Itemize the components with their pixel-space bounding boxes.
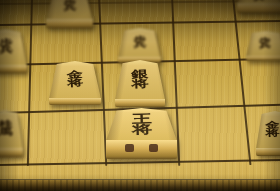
piece-front-face <box>49 98 101 105</box>
piece-kanji: 銀将 <box>131 69 149 88</box>
piece-front-face <box>237 3 280 13</box>
piece-gold-general[interactable]: 金将 <box>256 111 280 160</box>
piece-kanji: 金将 <box>66 70 83 87</box>
piece-silver-general[interactable]: 銀将 <box>115 60 165 110</box>
piece-pawn[interactable]: 歩兵 <box>46 0 93 32</box>
maker-signature-mark <box>125 144 134 152</box>
piece-knight[interactable]: 桂馬 <box>0 110 23 160</box>
piece-top-face: 歩兵 <box>46 0 93 20</box>
piece-front-face <box>256 148 280 156</box>
piece-gold-general[interactable]: 金将 <box>49 61 101 108</box>
piece-kanji: 歩兵 <box>63 0 76 11</box>
piece-kanji: 歩兵 <box>133 36 146 48</box>
piece-top-face: 銀将 <box>115 60 165 100</box>
maker-signature-mark <box>149 144 158 152</box>
piece-front-face <box>115 99 165 107</box>
piece-top-face: 金将 <box>49 61 101 99</box>
piece-top-face: 金将 <box>256 111 280 149</box>
pieces-layer: 歩兵歩兵歩兵歩兵歩兵金将銀将桂馬王将金将 <box>0 0 280 191</box>
piece-top-face: 歩兵 <box>246 31 280 57</box>
piece-front-face <box>106 140 177 159</box>
piece-king-general[interactable]: 王将 <box>106 108 177 163</box>
piece-top-face: 王将 <box>106 108 177 141</box>
piece-front-face <box>0 148 23 157</box>
piece-kanji: 王将 <box>131 112 152 134</box>
piece-pawn[interactable]: 歩兵 <box>0 29 27 77</box>
piece-kanji: 桂馬 <box>0 120 12 136</box>
piece-kanji: 金将 <box>265 121 280 137</box>
piece-front-face <box>0 65 27 73</box>
piece-top-face: 歩兵 <box>118 28 161 58</box>
shogi-board-photo: 歩兵歩兵歩兵歩兵歩兵金将銀将桂馬王将金将 <box>0 0 280 191</box>
piece-top-face: 歩兵 <box>0 29 27 66</box>
piece-kanji: 歩兵 <box>253 0 265 1</box>
piece-kanji: 歩兵 <box>0 39 13 55</box>
piece-front-face <box>246 56 280 61</box>
piece-pawn[interactable]: 歩兵 <box>246 31 280 64</box>
piece-pawn[interactable]: 歩兵 <box>237 0 280 17</box>
piece-kanji: 歩兵 <box>259 37 271 48</box>
piece-front-face <box>46 19 93 28</box>
piece-top-face: 桂馬 <box>0 110 23 149</box>
